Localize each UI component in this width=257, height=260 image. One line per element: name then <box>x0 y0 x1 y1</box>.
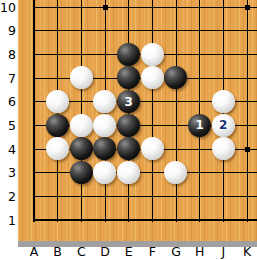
intersection-J5: 2 <box>211 113 235 137</box>
intersection-J4 <box>211 137 235 161</box>
stone-black-E8[interactable] <box>117 43 140 66</box>
intersection-D4 <box>93 137 117 161</box>
intersection-E7 <box>117 66 141 90</box>
intersection-F4 <box>140 137 164 161</box>
move-number-3: 3 <box>124 96 132 108</box>
stone-black-G7[interactable] <box>164 66 187 89</box>
stone-white-J6[interactable] <box>212 90 235 113</box>
stone-white-D6[interactable] <box>93 90 116 113</box>
intersection-G3 <box>164 161 188 185</box>
intersection-E6: 3 <box>117 90 141 114</box>
stone-black-C3[interactable] <box>70 161 93 184</box>
stone-white-E3[interactable] <box>117 161 140 184</box>
row-label-3: 3 <box>0 165 16 181</box>
intersection-C7 <box>70 66 94 90</box>
row-label-2: 2 <box>0 189 16 205</box>
stone-black-D4[interactable] <box>93 137 116 160</box>
intersection-D3 <box>93 161 117 185</box>
row-label-6: 6 <box>0 94 16 110</box>
move-number-1: 1 <box>195 119 203 131</box>
row-label-7: 7 <box>0 71 16 87</box>
stone-black-E7[interactable] <box>117 66 140 89</box>
go-diagram: 312 10987654321ABCDEFGHJK <box>0 0 257 260</box>
intersection-C3 <box>70 161 94 185</box>
intersection-B6 <box>46 90 70 114</box>
row-label-8: 8 <box>0 47 16 63</box>
stone-white-G3[interactable] <box>164 161 187 184</box>
intersection-F8 <box>140 42 164 66</box>
intersection-C4 <box>70 137 94 161</box>
move-number-2: 2 <box>219 119 227 131</box>
intersection-E3 <box>117 161 141 185</box>
intersection-G7 <box>164 66 188 90</box>
stone-white-C7[interactable] <box>70 66 93 89</box>
row-label-1: 1 <box>0 213 16 229</box>
intersection-E8 <box>117 42 141 66</box>
intersection-J6 <box>211 90 235 114</box>
intersection-B5 <box>46 113 70 137</box>
intersection-H5: 1 <box>188 113 212 137</box>
intersection-D5 <box>93 113 117 137</box>
stone-white-F8[interactable] <box>141 43 164 66</box>
stone-white-D3[interactable] <box>93 161 116 184</box>
stone-white-J4[interactable] <box>212 137 235 160</box>
intersection-E4 <box>117 137 141 161</box>
stone-white-F4[interactable] <box>141 137 164 160</box>
intersection-D6 <box>93 90 117 114</box>
row-label-10: 10 <box>0 0 16 16</box>
stone-black-E6[interactable]: 3 <box>117 90 140 113</box>
stone-white-B4[interactable] <box>46 137 69 160</box>
row-label-5: 5 <box>0 118 16 134</box>
stone-black-E4[interactable] <box>117 137 140 160</box>
row-label-4: 4 <box>0 142 16 158</box>
stone-white-B6[interactable] <box>46 90 69 113</box>
stone-black-B5[interactable] <box>46 114 69 137</box>
stone-black-C4[interactable] <box>70 137 93 160</box>
stone-white-J5[interactable]: 2 <box>212 114 235 137</box>
stone-white-D5[interactable] <box>93 114 116 137</box>
stone-black-E5[interactable] <box>117 114 140 137</box>
intersection-F7 <box>140 66 164 90</box>
stone-white-F7[interactable] <box>141 66 164 89</box>
board-shadow <box>18 241 257 247</box>
stone-black-H5[interactable]: 1 <box>188 114 211 137</box>
intersection-E5 <box>117 113 141 137</box>
stone-grid: 312 <box>22 0 257 232</box>
stone-white-C5[interactable] <box>70 114 93 137</box>
intersection-C5 <box>70 113 94 137</box>
intersection-B4 <box>46 137 70 161</box>
row-label-9: 9 <box>0 23 16 39</box>
